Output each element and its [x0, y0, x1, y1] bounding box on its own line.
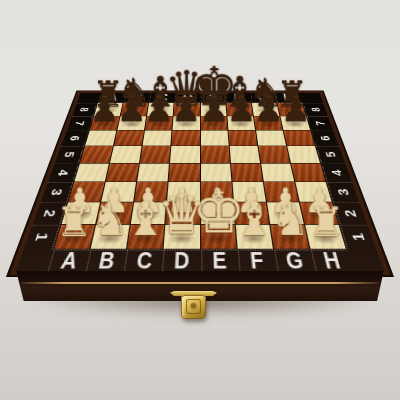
file-label-top-f: F	[225, 93, 250, 103]
file-label-bottom-b: B	[86, 250, 126, 272]
file-label-bottom-f: F	[237, 250, 276, 272]
file-label-top-f-text: F	[226, 90, 251, 104]
file-label-top-d: D	[175, 93, 200, 103]
square-f6[interactable]	[228, 131, 257, 146]
board-frame: ABCDEFGH8♜♞♝♛♚♝♞♜87♟♟♟♟♟♟♟♟7665544332♟♟♟…	[16, 93, 385, 272]
rank-label-right-4: 4	[321, 163, 352, 181]
square-g4[interactable]	[261, 163, 294, 181]
file-label-top-h: H	[275, 93, 302, 103]
square-g6[interactable]	[256, 131, 286, 146]
rank-label-left-5-text: 5	[52, 146, 85, 164]
file-label-top-d-text: D	[176, 90, 200, 104]
piece-white-queen-d1[interactable]: ♛	[150, 189, 214, 241]
file-label-bottom-e: E	[201, 250, 238, 272]
brass-clasp-icon	[181, 295, 206, 319]
file-label-top-g-text: G	[251, 90, 277, 104]
file-label-top-b: B	[124, 93, 150, 103]
square-g5[interactable]	[258, 146, 290, 162]
file-label-top-h-text: H	[275, 90, 302, 104]
piece-white-rook-h1[interactable]: ♜	[294, 203, 358, 242]
square-b4[interactable]	[106, 163, 139, 181]
square-e5[interactable]	[200, 146, 229, 162]
rank-label-left-5: 5	[55, 146, 84, 162]
rank-label-right-5-text: 5	[314, 146, 347, 164]
file-label-bottom-h: H	[311, 250, 353, 272]
rank-label-right-5: 5	[316, 146, 345, 162]
square-d6[interactable]	[172, 131, 200, 146]
piece-white-rook-a1[interactable]: ♜	[42, 203, 106, 242]
rank-label-right-8: 8	[303, 103, 328, 116]
square-e6[interactable]	[200, 131, 228, 146]
square-b5[interactable]	[110, 146, 142, 162]
file-label-bottom-a: A	[47, 250, 89, 272]
rank-label-right-6-text: 6	[310, 130, 342, 146]
rank-label-left-7-text: 7	[64, 116, 94, 131]
file-label-bottom-g: G	[274, 250, 314, 272]
square-d5[interactable]	[170, 146, 199, 162]
chess-board: ABCDEFGH8♜♞♝♛♚♝♞♜87♟♟♟♟♟♟♟♟7665544332♟♟♟…	[16, 93, 385, 272]
square-c6[interactable]	[143, 131, 172, 146]
file-label-top-a: A	[98, 93, 125, 103]
rank-label-right-6: 6	[311, 131, 339, 146]
file-label-bottom-c: C	[124, 250, 163, 272]
file-label-top-e: E	[200, 93, 225, 103]
file-label-top-c: C	[149, 93, 174, 103]
rank-label-left-8-text: 8	[70, 103, 99, 117]
square-b6[interactable]	[114, 131, 144, 146]
square-a4[interactable]	[75, 163, 110, 181]
photo-background: ABCDEFGH8♜♞♝♛♚♝♞♜87♟♟♟♟♟♟♟♟7665544332♟♟♟…	[0, 0, 400, 400]
frame-corner	[16, 250, 53, 272]
square-a1[interactable]: ♜	[54, 225, 95, 249]
square-h1[interactable]: ♜	[305, 225, 346, 249]
file-label-bottom-d: D	[162, 250, 199, 272]
file-label-top-b-text: B	[124, 90, 150, 104]
box-inlay-stripe	[21, 282, 378, 284]
frame-corner	[347, 250, 384, 272]
rank-label-right-7: 7	[307, 116, 333, 130]
square-a5[interactable]	[80, 146, 113, 162]
rank-label-right-7-text: 7	[305, 116, 335, 131]
square-f5[interactable]	[229, 146, 259, 162]
rank-label-left-4: 4	[48, 163, 79, 181]
file-label-top-a-text: A	[98, 90, 125, 104]
square-h4[interactable]	[291, 163, 326, 181]
square-a6[interactable]	[85, 131, 116, 146]
rank-label-left-6: 6	[61, 131, 89, 146]
file-label-top-e-text: E	[201, 90, 225, 104]
rank-label-left-6-text: 6	[59, 130, 91, 146]
square-d1[interactable]: ♛	[164, 225, 199, 249]
rank-label-right-8-text: 8	[301, 103, 330, 117]
file-label-top-g: G	[250, 93, 276, 103]
rank-label-left-7: 7	[67, 116, 93, 130]
file-label-top-c-text: C	[150, 90, 175, 104]
rank-label-left-8: 8	[72, 103, 97, 116]
square-c5[interactable]	[140, 146, 170, 162]
square-c4[interactable]	[138, 163, 170, 181]
